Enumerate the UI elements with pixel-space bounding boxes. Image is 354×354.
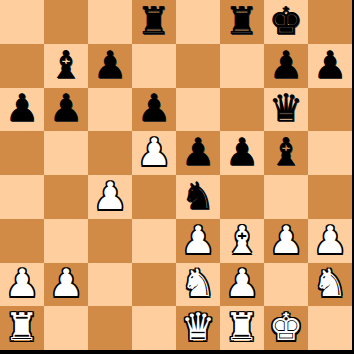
- square-f3[interactable]: ♝: [220, 219, 264, 263]
- piece-black-pawn-c7[interactable]: ♟: [93, 46, 127, 84]
- square-b7[interactable]: ♝: [44, 44, 88, 88]
- square-d5[interactable]: ♟: [132, 131, 176, 175]
- piece-white-rook-a1[interactable]: ♜: [5, 308, 39, 346]
- square-g5[interactable]: ♝: [264, 131, 308, 175]
- piece-white-pawn-g3[interactable]: ♟: [269, 221, 303, 259]
- square-g3[interactable]: ♟: [264, 219, 308, 263]
- chess-board: ♜♜♚♝♟♟♟♟♟♟♛♟♟♟♝♟♞♟♝♟♟♟♟♞♟♞♜♛♜♚: [0, 0, 352, 350]
- square-a3[interactable]: [0, 219, 44, 263]
- square-a5[interactable]: [0, 131, 44, 175]
- square-h4[interactable]: [308, 175, 352, 219]
- square-g4[interactable]: [264, 175, 308, 219]
- square-d2[interactable]: [132, 263, 176, 307]
- square-e6[interactable]: [176, 88, 220, 132]
- piece-white-pawn-h3[interactable]: ♟: [313, 221, 347, 259]
- piece-black-pawn-b6[interactable]: ♟: [49, 89, 83, 127]
- square-f2[interactable]: ♟: [220, 263, 264, 307]
- square-f8[interactable]: ♜: [220, 0, 264, 44]
- square-b4[interactable]: [44, 175, 88, 219]
- piece-black-pawn-e5[interactable]: ♟: [181, 133, 215, 171]
- piece-black-king-g8[interactable]: ♚: [269, 2, 303, 40]
- square-e7[interactable]: [176, 44, 220, 88]
- square-h8[interactable]: [308, 0, 352, 44]
- piece-white-rook-f1[interactable]: ♜: [225, 308, 259, 346]
- square-f5[interactable]: ♟: [220, 131, 264, 175]
- square-b8[interactable]: [44, 0, 88, 44]
- square-f4[interactable]: [220, 175, 264, 219]
- square-b1[interactable]: [44, 306, 88, 350]
- piece-white-queen-e1[interactable]: ♛: [181, 308, 215, 346]
- square-a1[interactable]: ♜: [0, 306, 44, 350]
- square-c5[interactable]: [88, 131, 132, 175]
- square-g7[interactable]: ♟: [264, 44, 308, 88]
- square-b3[interactable]: [44, 219, 88, 263]
- piece-black-pawn-a6[interactable]: ♟: [5, 89, 39, 127]
- piece-white-pawn-b2[interactable]: ♟: [49, 264, 83, 302]
- square-d7[interactable]: [132, 44, 176, 88]
- piece-black-rook-f8[interactable]: ♜: [225, 2, 259, 40]
- square-c2[interactable]: [88, 263, 132, 307]
- square-h2[interactable]: ♞: [308, 263, 352, 307]
- piece-white-pawn-d5[interactable]: ♟: [137, 133, 171, 171]
- square-d4[interactable]: [132, 175, 176, 219]
- square-a4[interactable]: [0, 175, 44, 219]
- piece-white-pawn-a2[interactable]: ♟: [5, 264, 39, 302]
- square-a2[interactable]: ♟: [0, 263, 44, 307]
- square-c8[interactable]: [88, 0, 132, 44]
- square-e3[interactable]: ♟: [176, 219, 220, 263]
- square-b5[interactable]: [44, 131, 88, 175]
- square-e1[interactable]: ♛: [176, 306, 220, 350]
- square-f7[interactable]: [220, 44, 264, 88]
- piece-white-knight-e2[interactable]: ♞: [181, 264, 215, 302]
- square-b2[interactable]: ♟: [44, 263, 88, 307]
- square-e5[interactable]: ♟: [176, 131, 220, 175]
- piece-black-rook-d8[interactable]: ♜: [137, 2, 171, 40]
- square-c3[interactable]: [88, 219, 132, 263]
- square-a8[interactable]: [0, 0, 44, 44]
- square-e4[interactable]: ♞: [176, 175, 220, 219]
- square-g2[interactable]: [264, 263, 308, 307]
- square-c4[interactable]: ♟: [88, 175, 132, 219]
- square-h6[interactable]: [308, 88, 352, 132]
- square-d3[interactable]: [132, 219, 176, 263]
- square-c6[interactable]: [88, 88, 132, 132]
- square-h1[interactable]: [308, 306, 352, 350]
- square-c1[interactable]: [88, 306, 132, 350]
- square-f6[interactable]: [220, 88, 264, 132]
- square-b6[interactable]: ♟: [44, 88, 88, 132]
- square-g8[interactable]: ♚: [264, 0, 308, 44]
- square-g6[interactable]: ♛: [264, 88, 308, 132]
- piece-white-knight-h2[interactable]: ♞: [313, 264, 347, 302]
- square-d6[interactable]: ♟: [132, 88, 176, 132]
- square-f1[interactable]: ♜: [220, 306, 264, 350]
- square-h7[interactable]: ♟: [308, 44, 352, 88]
- piece-white-pawn-c4[interactable]: ♟: [93, 177, 127, 215]
- piece-white-bishop-f3[interactable]: ♝: [225, 221, 259, 259]
- piece-black-knight-e4[interactable]: ♞: [181, 177, 215, 215]
- piece-white-pawn-e3[interactable]: ♟: [181, 221, 215, 259]
- piece-black-pawn-h7[interactable]: ♟: [313, 46, 347, 84]
- square-c7[interactable]: ♟: [88, 44, 132, 88]
- square-e2[interactable]: ♞: [176, 263, 220, 307]
- piece-white-pawn-f2[interactable]: ♟: [225, 264, 259, 302]
- piece-white-king-g1[interactable]: ♚: [269, 308, 303, 346]
- piece-black-bishop-b7[interactable]: ♝: [49, 46, 83, 84]
- piece-black-pawn-g7[interactable]: ♟: [269, 46, 303, 84]
- square-h3[interactable]: ♟: [308, 219, 352, 263]
- square-a7[interactable]: [0, 44, 44, 88]
- square-d1[interactable]: [132, 306, 176, 350]
- piece-black-pawn-d6[interactable]: ♟: [137, 89, 171, 127]
- piece-black-pawn-f5[interactable]: ♟: [225, 133, 259, 171]
- square-d8[interactable]: ♜: [132, 0, 176, 44]
- square-a6[interactable]: ♟: [0, 88, 44, 132]
- square-g1[interactable]: ♚: [264, 306, 308, 350]
- chess-app-canvas: ♜♜♚♝♟♟♟♟♟♟♛♟♟♟♝♟♞♟♝♟♟♟♟♞♟♞♜♛♜♚: [0, 0, 354, 354]
- piece-black-queen-g6[interactable]: ♛: [269, 89, 303, 127]
- square-h5[interactable]: [308, 131, 352, 175]
- piece-black-bishop-g5[interactable]: ♝: [269, 133, 303, 171]
- square-e8[interactable]: [176, 0, 220, 44]
